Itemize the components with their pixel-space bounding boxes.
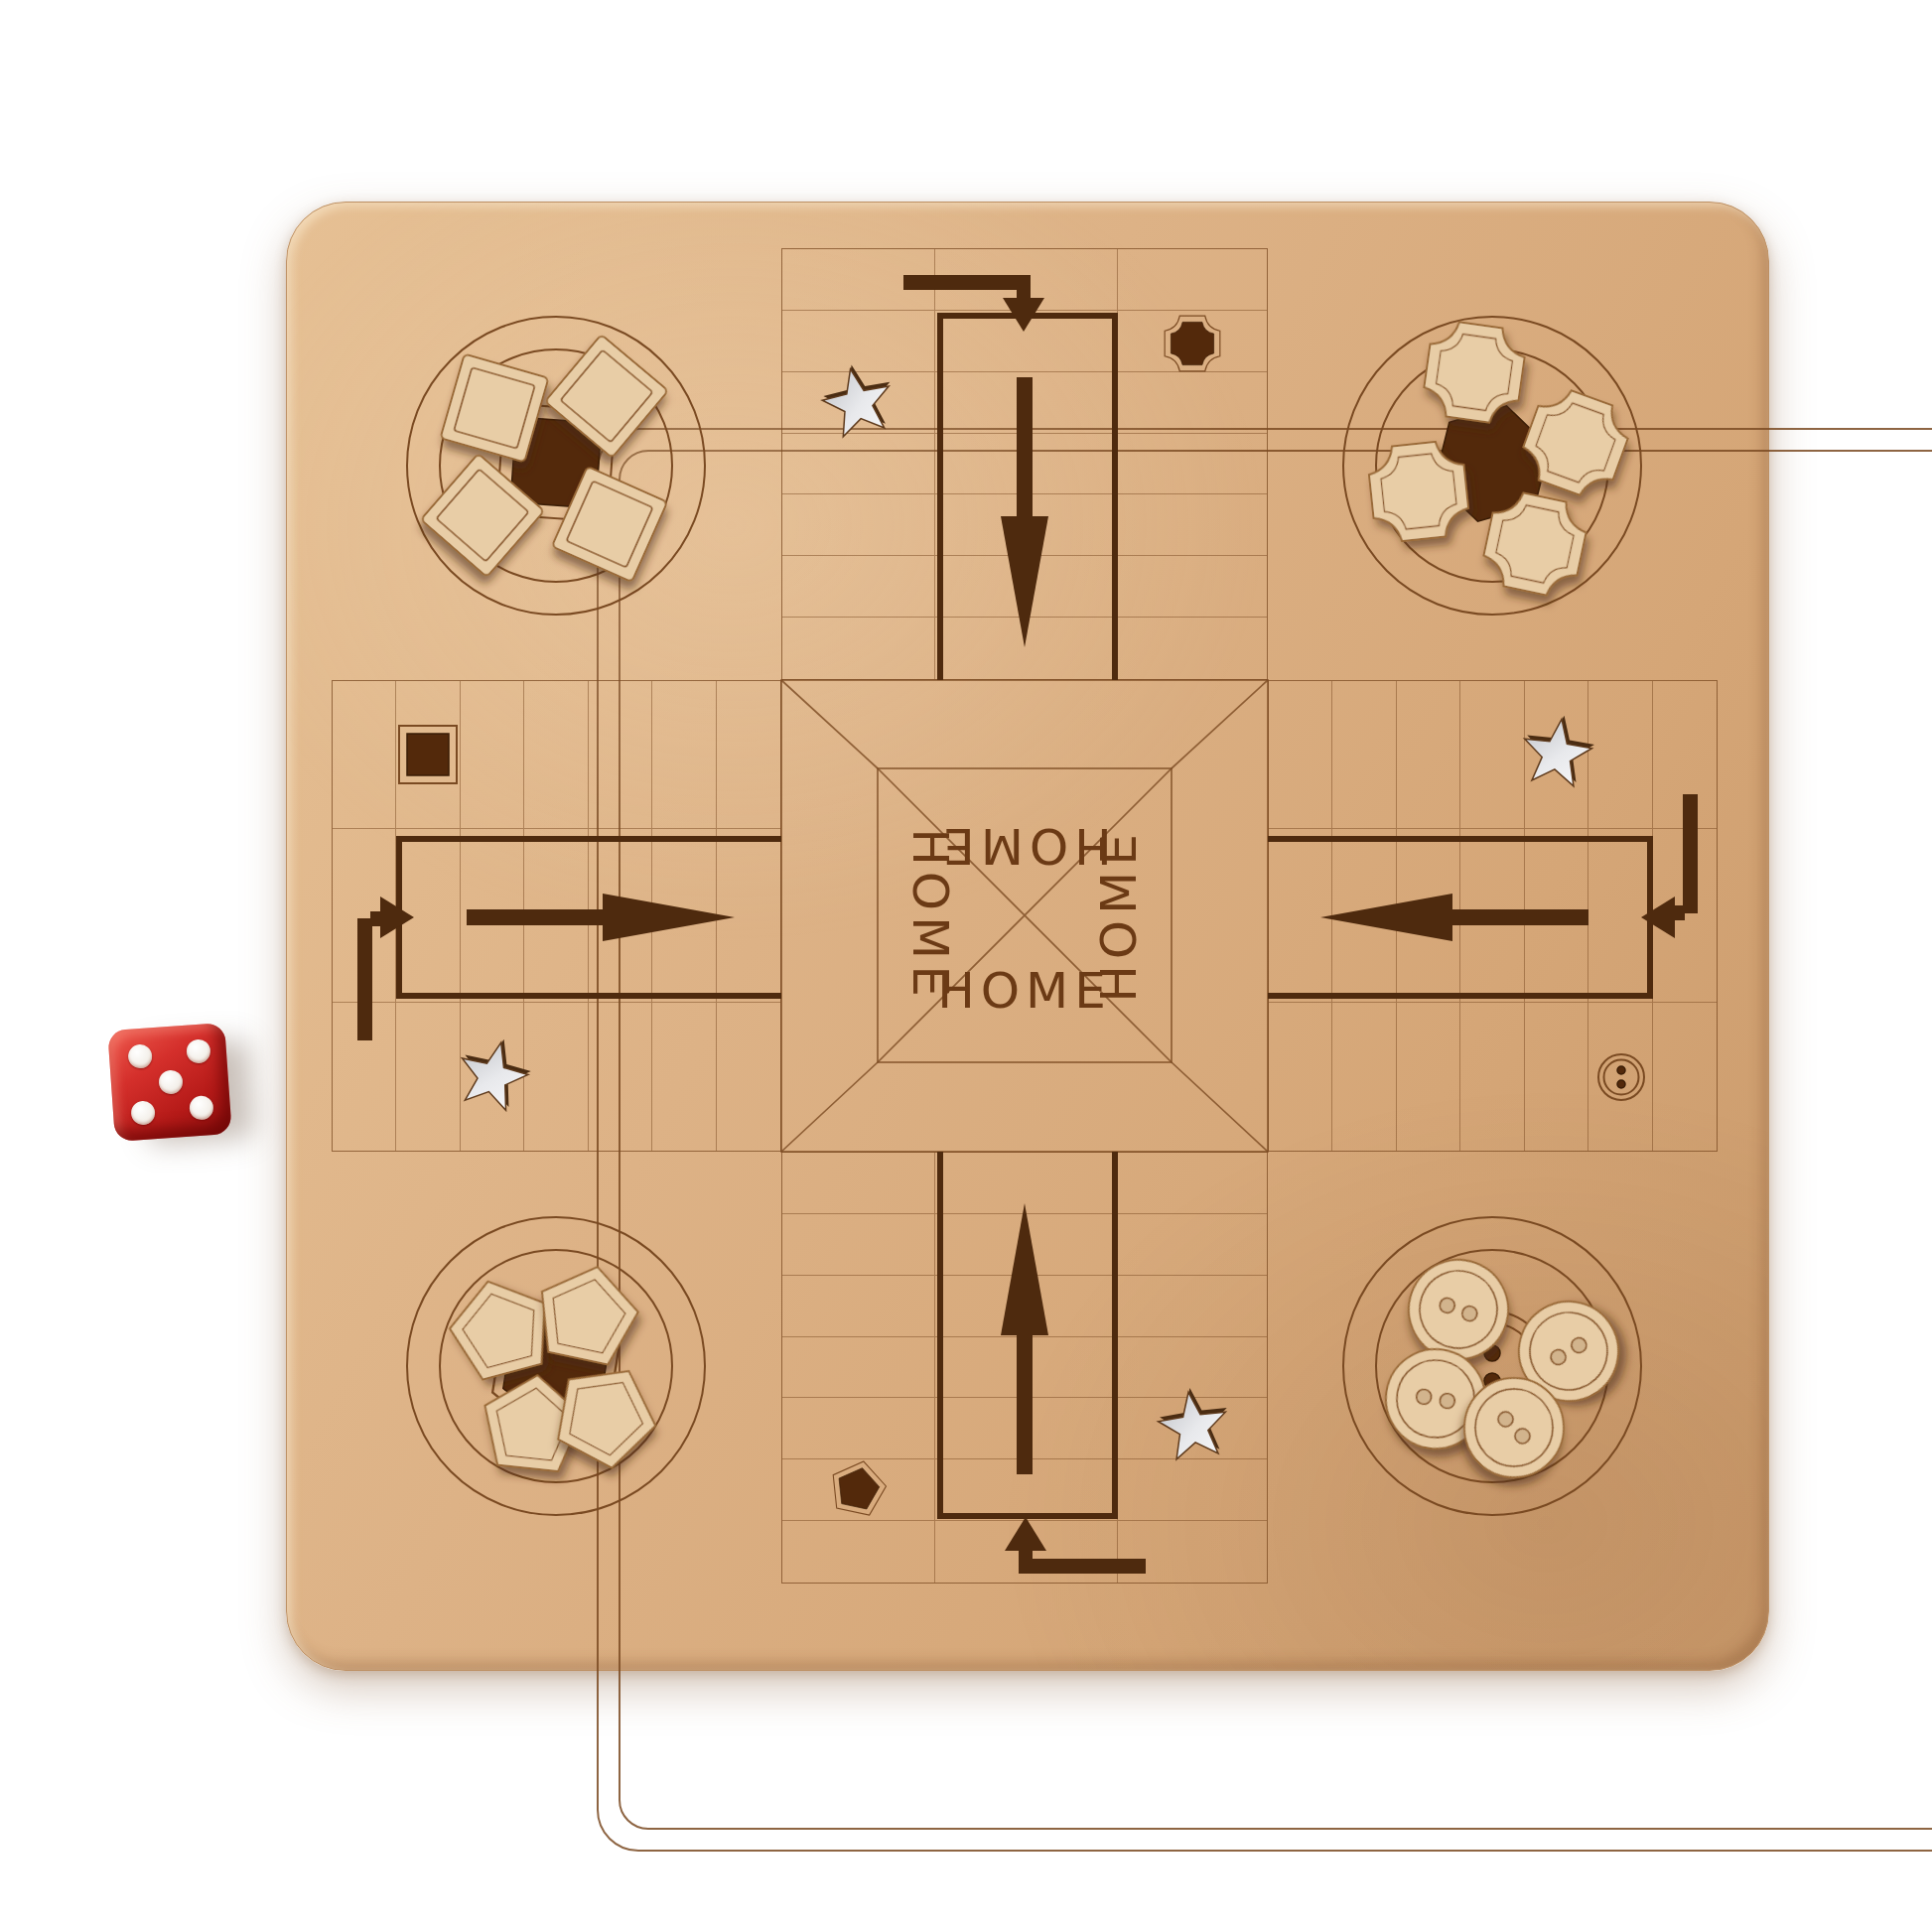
arm-top-cell-r1c1[interactable] — [782, 249, 935, 311]
arm-top-cell-r7c2[interactable] — [935, 618, 1117, 679]
arm-left-cell-r1c6[interactable] — [652, 681, 716, 829]
arm-bottom-cell-r2c2[interactable] — [935, 1214, 1117, 1276]
arm-top-cell-r4c2[interactable] — [935, 434, 1117, 495]
arm-right-cell-r1c1[interactable] — [1269, 681, 1332, 829]
arm-right-cell-r1c3[interactable] — [1397, 681, 1460, 829]
arm-top-cell-r5c1[interactable] — [782, 494, 935, 556]
arm-right-cell-r3c5[interactable] — [1525, 1003, 1588, 1151]
arm-bottom-cell-r2c1[interactable] — [782, 1214, 935, 1276]
arm-bottom-cell-r1c3[interactable] — [1118, 1153, 1267, 1214]
arm-bottom-cell-r3c2[interactable] — [935, 1276, 1117, 1337]
arm-left-cell-r2c1[interactable] — [333, 829, 396, 1002]
arm-top-cell-r2c3[interactable] — [1118, 311, 1267, 372]
arm-right-cell-r2c6[interactable] — [1588, 829, 1652, 1002]
die-pip — [127, 1043, 153, 1069]
die-pip — [189, 1095, 214, 1121]
arm-right-cell-r1c5[interactable] — [1525, 681, 1588, 829]
arm-left-cell-r1c5[interactable] — [589, 681, 652, 829]
arm-left-cell-r2c2[interactable] — [396, 829, 460, 1002]
arm-left-cell-r1c3[interactable] — [461, 681, 524, 829]
arm-bottom-cell-r4c3[interactable] — [1118, 1337, 1267, 1399]
arm-top-cell-r2c1[interactable] — [782, 311, 935, 372]
arm-top-cell-r1c3[interactable] — [1118, 249, 1267, 311]
arm-top-cell-r7c3[interactable] — [1118, 618, 1267, 679]
arm-right-cell-r2c5[interactable] — [1525, 829, 1588, 1002]
arm-right-cell-r3c3[interactable] — [1397, 1003, 1460, 1151]
arm-left-cell-r3c1[interactable] — [333, 1003, 396, 1151]
arm-left-cell-r2c6[interactable] — [652, 829, 716, 1002]
arm-top-cell-r3c1[interactable] — [782, 372, 935, 434]
arm-bottom-cell-r2c3[interactable] — [1118, 1214, 1267, 1276]
die-pip — [158, 1069, 184, 1095]
arm-left-cell-r1c1[interactable] — [333, 681, 396, 829]
arm-right-cell-r3c2[interactable] — [1332, 1003, 1396, 1151]
photo-canvas: HOME HOME HOME HOME — [0, 0, 1932, 1932]
arm-top-cell-r4c1[interactable] — [782, 434, 935, 495]
arm-bottom-cell-r4c2[interactable] — [935, 1337, 1117, 1399]
arm-left-cell-r3c3[interactable] — [461, 1003, 524, 1151]
arm-bottom-cell-r4c1[interactable] — [782, 1337, 935, 1399]
arm-left-cell-r1c2[interactable] — [396, 681, 460, 829]
arm-bottom-cell-r6c2[interactable] — [935, 1459, 1117, 1521]
arm-right-cell-r3c7[interactable] — [1653, 1003, 1717, 1151]
arm-left-cell-r2c7[interactable] — [717, 829, 780, 1002]
arm-left-cell-r2c5[interactable] — [589, 829, 652, 1002]
arm-left-cell-r1c7[interactable] — [717, 681, 780, 829]
arm-right-cell-r3c4[interactable] — [1460, 1003, 1524, 1151]
arm-right — [1268, 680, 1718, 1152]
arm-left-cell-r3c4[interactable] — [524, 1003, 588, 1151]
arm-top-cell-r4c3[interactable] — [1118, 434, 1267, 495]
arm-right-cell-r1c2[interactable] — [1332, 681, 1396, 829]
arm-bottom-cell-r7c2[interactable] — [935, 1521, 1117, 1583]
arm-right-cell-r3c1[interactable] — [1269, 1003, 1332, 1151]
arm-bottom-cell-r5c1[interactable] — [782, 1398, 935, 1459]
arm-bottom — [781, 1152, 1268, 1584]
arm-right-cell-r2c1[interactable] — [1269, 829, 1332, 1002]
arm-right-cell-r2c3[interactable] — [1397, 829, 1460, 1002]
arm-top-cell-r6c1[interactable] — [782, 556, 935, 618]
arm-left-cell-r1c4[interactable] — [524, 681, 588, 829]
arm-bottom-cell-r5c2[interactable] — [935, 1398, 1117, 1459]
arm-top-cell-r7c1[interactable] — [782, 618, 935, 679]
arm-left-cell-r2c3[interactable] — [461, 829, 524, 1002]
arm-top-cell-r3c3[interactable] — [1118, 372, 1267, 434]
arm-top-cell-r5c2[interactable] — [935, 494, 1117, 556]
arm-top-cell-r6c2[interactable] — [935, 556, 1117, 618]
arm-bottom-cell-r7c3[interactable] — [1118, 1521, 1267, 1583]
arm-top-cell-r2c2[interactable] — [935, 311, 1117, 372]
arm-right-cell-r2c7[interactable] — [1653, 829, 1717, 1002]
red-die[interactable] — [107, 1023, 232, 1142]
arm-left-cell-r3c6[interactable] — [652, 1003, 716, 1151]
arm-bottom-cell-r6c3[interactable] — [1118, 1459, 1267, 1521]
arm-right-cell-r1c7[interactable] — [1653, 681, 1717, 829]
arm-bottom-cell-r3c3[interactable] — [1118, 1276, 1267, 1337]
arm-left-cell-r3c7[interactable] — [717, 1003, 780, 1151]
arm-bottom-cell-r3c1[interactable] — [782, 1276, 935, 1337]
arm-right-cell-r1c6[interactable] — [1588, 681, 1652, 829]
arm-top-cell-r5c3[interactable] — [1118, 494, 1267, 556]
arm-top-cell-r6c3[interactable] — [1118, 556, 1267, 618]
arm-top-cell-r3c2[interactable] — [935, 372, 1117, 434]
arm-top — [781, 248, 1268, 680]
arm-bottom-cell-r5c3[interactable] — [1118, 1398, 1267, 1459]
arm-bottom-cell-r1c2[interactable] — [935, 1153, 1117, 1214]
arm-bottom-cell-r7c1[interactable] — [782, 1521, 935, 1583]
arm-left-cell-r2c4[interactable] — [524, 829, 588, 1002]
arm-left-cell-r3c5[interactable] — [589, 1003, 652, 1151]
arm-top-cell-r1c2[interactable] — [935, 249, 1117, 311]
arm-left — [332, 680, 781, 1152]
arm-right-cell-r3c6[interactable] — [1588, 1003, 1652, 1151]
arm-right-cell-r1c4[interactable] — [1460, 681, 1524, 829]
arm-left-cell-r3c2[interactable] — [396, 1003, 460, 1151]
arm-right-cell-r2c4[interactable] — [1460, 829, 1524, 1002]
die-pip — [130, 1100, 156, 1126]
arm-bottom-cell-r6c1[interactable] — [782, 1459, 935, 1521]
arm-right-cell-r2c2[interactable] — [1332, 829, 1396, 1002]
die-pip — [186, 1038, 211, 1064]
arm-bottom-cell-r1c1[interactable] — [782, 1153, 935, 1214]
